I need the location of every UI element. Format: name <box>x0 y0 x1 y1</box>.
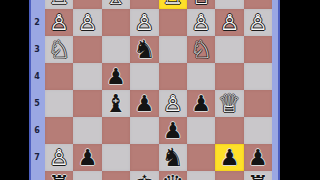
rank-label-6: 6 <box>31 117 43 144</box>
white-pawn-g2[interactable]: ♙ <box>73 9 101 36</box>
square-a7[interactable]: ♟ <box>244 144 272 171</box>
square-g7[interactable]: ♟ <box>73 144 101 171</box>
square-d7[interactable]: ♞ <box>159 144 187 171</box>
square-b7[interactable]: ♟ <box>215 144 243 171</box>
square-g6[interactable] <box>73 117 101 144</box>
black-pawn-a7[interactable]: ♟ <box>244 144 272 171</box>
rank-label-2: 2 <box>31 9 43 36</box>
square-d6[interactable]: ♟ <box>159 117 187 144</box>
white-pawn-a2[interactable]: ♙ <box>244 9 272 36</box>
square-h6[interactable] <box>45 117 73 144</box>
square-f8[interactable] <box>102 171 130 180</box>
square-e3[interactable]: ♞ <box>130 36 158 63</box>
square-g3[interactable] <box>73 36 101 63</box>
white-knight-h3[interactable]: ♘ <box>45 36 73 63</box>
square-g2[interactable]: ♙ <box>73 9 101 36</box>
square-e1[interactable] <box>130 0 158 9</box>
square-b3[interactable] <box>215 36 243 63</box>
square-c1[interactable]: ♔ <box>187 0 215 9</box>
black-knight-d7[interactable]: ♞ <box>159 144 187 171</box>
white-pawn-c2[interactable]: ♙ <box>187 9 215 36</box>
square-f3[interactable] <box>102 36 130 63</box>
square-d1[interactable]: ♖ <box>159 0 187 9</box>
square-a2[interactable]: ♙ <box>244 9 272 36</box>
black-pawn-b7[interactable]: ♟ <box>215 144 243 171</box>
square-a8[interactable]: ♜ <box>244 171 272 180</box>
black-bishop-f5[interactable]: ♝ <box>102 90 130 117</box>
white-pawn-e2[interactable]: ♙ <box>130 9 158 36</box>
square-g1[interactable] <box>73 0 101 9</box>
square-h2[interactable]: ♙ <box>45 9 73 36</box>
black-queen-d8[interactable]: ♛ <box>159 171 187 180</box>
rank-label-3: 3 <box>31 36 43 63</box>
square-f4[interactable]: ♟ <box>102 63 130 90</box>
rank-label-7: 7 <box>31 144 43 171</box>
square-f2[interactable] <box>102 9 130 36</box>
square-b4[interactable] <box>215 63 243 90</box>
square-d5[interactable]: ♙ <box>159 90 187 117</box>
square-f1[interactable]: ♗ <box>102 0 130 9</box>
white-pawn-d5[interactable]: ♙ <box>159 90 187 117</box>
square-a5[interactable] <box>244 90 272 117</box>
screenshot-stage: 234567 ♖♗♖♔♙♙♙♙♙♙♘♞♘♟♝♟♙♟♕♟♙♟♞♟♟♜♚♛♜ <box>0 0 320 180</box>
square-h3[interactable]: ♘ <box>45 36 73 63</box>
square-f7[interactable] <box>102 144 130 171</box>
black-pawn-f4[interactable]: ♟ <box>102 63 130 90</box>
rank-label-4: 4 <box>31 63 43 90</box>
square-e5[interactable]: ♟ <box>130 90 158 117</box>
black-pawn-e5[interactable]: ♟ <box>130 90 158 117</box>
black-knight-e3[interactable]: ♞ <box>130 36 158 63</box>
black-pawn-d6[interactable]: ♟ <box>159 117 187 144</box>
square-h5[interactable] <box>45 90 73 117</box>
rank-label-5: 5 <box>31 90 43 117</box>
square-g4[interactable] <box>73 63 101 90</box>
square-e8[interactable]: ♚ <box>130 171 158 180</box>
white-pawn-h2[interactable]: ♙ <box>45 9 73 36</box>
square-e6[interactable] <box>130 117 158 144</box>
square-d3[interactable] <box>159 36 187 63</box>
square-c8[interactable] <box>187 171 215 180</box>
white-pawn-h7[interactable]: ♙ <box>45 144 73 171</box>
square-c6[interactable] <box>187 117 215 144</box>
square-h4[interactable] <box>45 63 73 90</box>
square-d4[interactable] <box>159 63 187 90</box>
square-a3[interactable] <box>244 36 272 63</box>
square-f6[interactable] <box>102 117 130 144</box>
white-queen-b5[interactable]: ♕ <box>215 90 243 117</box>
black-rook-h8[interactable]: ♜ <box>45 171 73 180</box>
chess-board: ♖♗♖♔♙♙♙♙♙♙♘♞♘♟♝♟♙♟♕♟♙♟♞♟♟♜♚♛♜ <box>45 0 272 180</box>
square-g8[interactable] <box>73 171 101 180</box>
square-a4[interactable] <box>244 63 272 90</box>
square-d8[interactable]: ♛ <box>159 171 187 180</box>
square-c2[interactable]: ♙ <box>187 9 215 36</box>
white-pawn-b2[interactable]: ♙ <box>215 9 243 36</box>
white-bishop-f1[interactable]: ♗ <box>102 0 130 9</box>
square-h1[interactable]: ♖ <box>45 0 73 9</box>
square-b5[interactable]: ♕ <box>215 90 243 117</box>
square-c4[interactable] <box>187 63 215 90</box>
black-rook-a8[interactable]: ♜ <box>244 171 272 180</box>
square-a6[interactable] <box>244 117 272 144</box>
square-a1[interactable] <box>244 0 272 9</box>
square-h7[interactable]: ♙ <box>45 144 73 171</box>
white-rook-d1[interactable]: ♖ <box>159 0 187 9</box>
black-pawn-c5[interactable]: ♟ <box>187 90 215 117</box>
square-e2[interactable]: ♙ <box>130 9 158 36</box>
square-e7[interactable] <box>130 144 158 171</box>
square-c7[interactable] <box>187 144 215 171</box>
white-knight-c3[interactable]: ♘ <box>187 36 215 63</box>
square-d2[interactable] <box>159 9 187 36</box>
black-king-e8[interactable]: ♚ <box>130 171 158 180</box>
square-f5[interactable]: ♝ <box>102 90 130 117</box>
square-e4[interactable] <box>130 63 158 90</box>
white-rook-h1[interactable]: ♖ <box>45 0 73 9</box>
square-c5[interactable]: ♟ <box>187 90 215 117</box>
square-b1[interactable] <box>215 0 243 9</box>
square-h8[interactable]: ♜ <box>45 171 73 180</box>
square-g5[interactable] <box>73 90 101 117</box>
white-king-c1[interactable]: ♔ <box>187 0 215 9</box>
black-pawn-g7[interactable]: ♟ <box>73 144 101 171</box>
coordinate-strip-right <box>272 0 280 180</box>
square-b2[interactable]: ♙ <box>215 9 243 36</box>
square-b6[interactable] <box>215 117 243 144</box>
square-b8[interactable] <box>215 171 243 180</box>
square-c3[interactable]: ♘ <box>187 36 215 63</box>
